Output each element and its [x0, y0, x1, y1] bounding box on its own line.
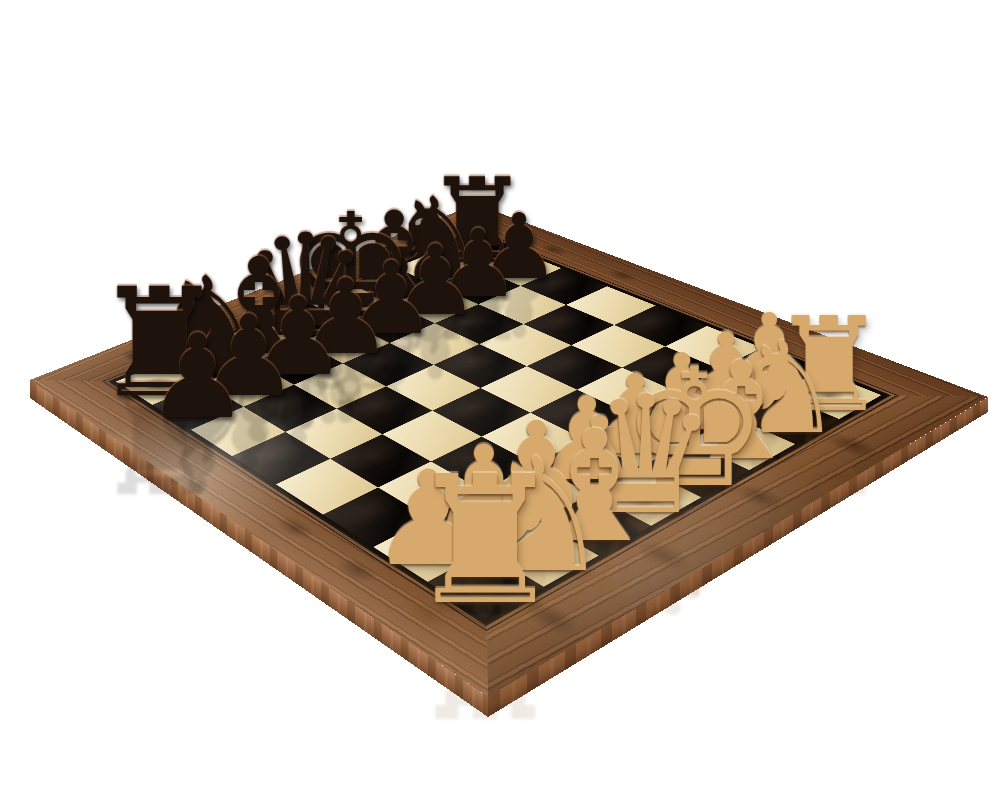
- squares-grid: [116, 235, 881, 620]
- chess-set-product-photo: ♜♜♞♞♟♟♝♝♟♟♚♚♟♟♛♛♟♟♝♝♟♟♞♞♟♟♟♟♜♜♟♟♟♟♜♜♟♟♟♟…: [0, 0, 1000, 800]
- chessboard: [30, 204, 988, 697]
